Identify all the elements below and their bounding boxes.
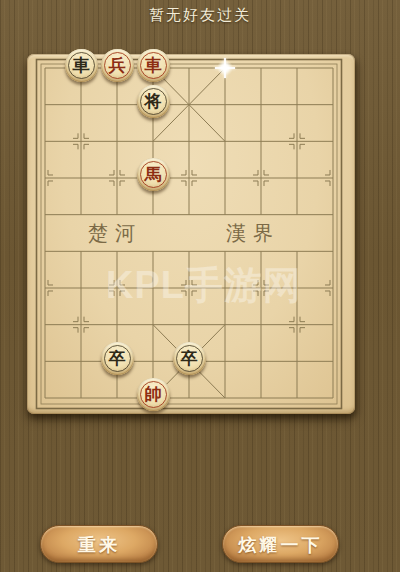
piece-glyph: 帥 xyxy=(137,378,170,411)
river-label-chu: 楚河 xyxy=(83,220,147,246)
restart-button[interactable]: 重来 xyxy=(40,525,158,563)
show-off-button[interactable]: 炫耀一下 xyxy=(222,525,339,563)
piece-black-soldier[interactable]: 卒 xyxy=(101,342,134,375)
piece-glyph: 車 xyxy=(137,49,170,82)
river-label-han: 漢界 xyxy=(221,220,285,246)
piece-black-soldier[interactable]: 卒 xyxy=(173,342,206,375)
piece-red-horse[interactable]: 馬 xyxy=(137,158,170,191)
piece-glyph: 卒 xyxy=(173,342,206,375)
piece-glyph: 兵 xyxy=(101,49,134,82)
piece-black-chariot[interactable]: 車 xyxy=(65,49,98,82)
piece-glyph: 車 xyxy=(65,49,98,82)
piece-black-general[interactable]: 将 xyxy=(137,85,170,118)
page-title: 暂无好友过关 xyxy=(0,6,400,25)
piece-red-soldier[interactable]: 兵 xyxy=(101,49,134,82)
piece-glyph: 馬 xyxy=(137,158,170,191)
app-screen: { "title": "暂无好友过关", "game": { "name": "… xyxy=(0,0,400,572)
piece-glyph: 卒 xyxy=(101,342,134,375)
piece-glyph: 将 xyxy=(137,85,170,118)
board[interactable]: 楚河 漢界 車兵車将馬卒卒帥 xyxy=(27,54,355,414)
piece-red-general[interactable]: 帥 xyxy=(137,378,170,411)
piece-red-chariot[interactable]: 車 xyxy=(137,49,170,82)
